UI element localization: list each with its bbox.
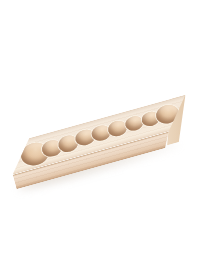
mancala-board — [4, 95, 197, 190]
product-photo — [0, 0, 200, 280]
